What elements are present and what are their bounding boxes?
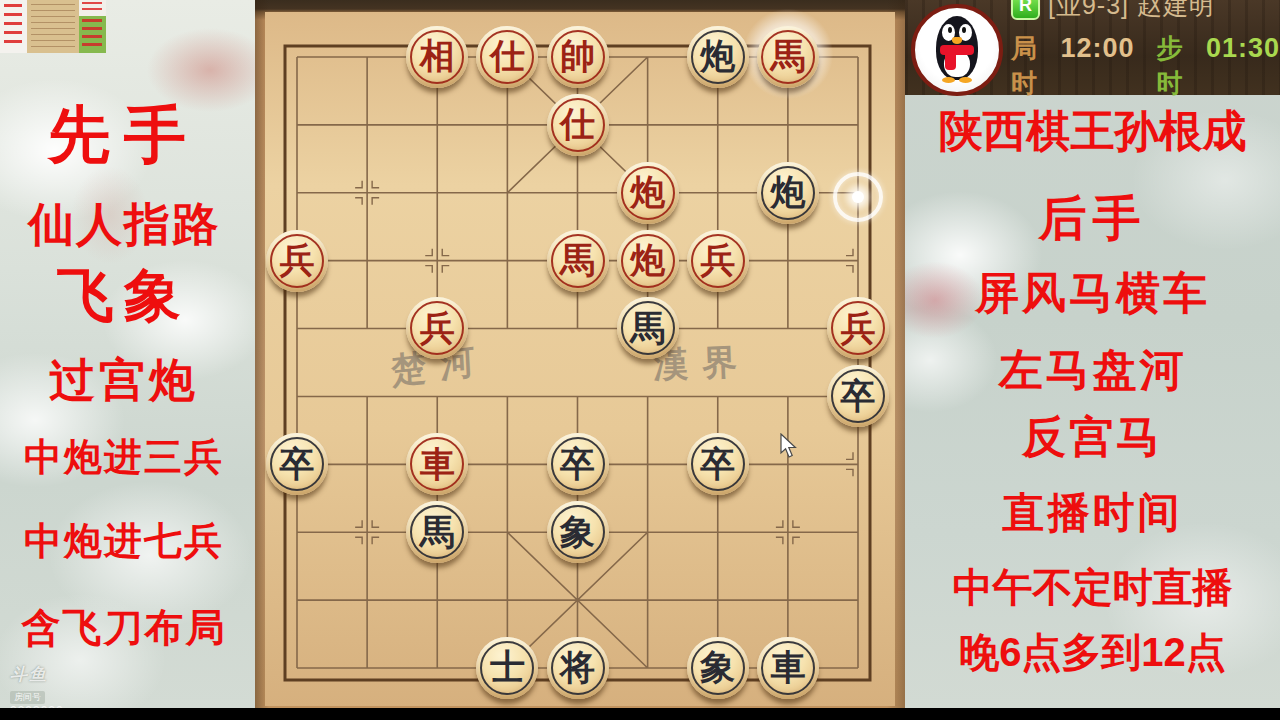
pip-thumbnail xyxy=(0,0,106,53)
piece-glyph: 卒 xyxy=(280,446,315,481)
annotation-defense-1: 屏风马横车 xyxy=(905,270,1280,316)
piece-grid[interactable]: 相仕帥炮馬仕炮炮兵馬炮兵兵馬兵卒卒車卒卒馬象士将象車 xyxy=(262,23,893,702)
piece-glyph: 象 xyxy=(560,514,595,549)
annotation-defense-2: 左马盘河 xyxy=(905,347,1280,393)
piece-glyph: 炮 xyxy=(630,242,665,277)
annotation-opening-3: 过宫炮 xyxy=(0,356,248,404)
piece-glyph: 馬 xyxy=(420,514,455,549)
move-time-value: 01:30 xyxy=(1206,33,1280,64)
piece-glyph: 仕 xyxy=(490,38,525,73)
piece-red-king[interactable]: 帥 xyxy=(547,26,609,88)
piece-glyph: 象 xyxy=(700,649,735,684)
annotation-first-move: 先手 xyxy=(0,102,248,167)
piece-glyph: 卒 xyxy=(560,446,595,481)
douyu-logo: 斗鱼 xyxy=(10,663,64,686)
piece-glyph: 馬 xyxy=(560,242,595,277)
piece-red-advisor[interactable]: 仕 xyxy=(547,94,609,156)
right-annotation-panel: R [业9-3] 赵建明 局时 12:00 步时 01:30 陕西棋王孙根成 后… xyxy=(905,0,1280,708)
piece-glyph: 車 xyxy=(770,649,805,684)
piece-black-king[interactable]: 将 xyxy=(547,637,609,699)
annotation-defense-3: 反宫马 xyxy=(905,414,1280,460)
piece-red-pawn[interactable]: 兵 xyxy=(827,297,889,359)
piece-red-elephant[interactable]: 相 xyxy=(406,26,468,88)
annotation-second-move: 后手 xyxy=(905,194,1280,244)
annotation-opening-2: 飞象 xyxy=(0,266,248,326)
piece-glyph: 帥 xyxy=(560,38,595,73)
piece-glyph: 卒 xyxy=(841,378,876,413)
piece-red-pawn[interactable]: 兵 xyxy=(687,230,749,292)
annotation-stream-time-title: 直播时间 xyxy=(905,491,1280,535)
piece-glyph: 炮 xyxy=(630,174,665,209)
annotation-opening-5: 中炮进七兵 xyxy=(0,522,248,562)
move-time-label: 步时 xyxy=(1157,31,1198,101)
piece-black-pawn[interactable]: 卒 xyxy=(266,433,328,495)
piece-glyph: 車 xyxy=(420,446,455,481)
annotation-stream-time-2: 晚6点多到12点 xyxy=(905,631,1280,673)
bottom-letterbox-bar xyxy=(0,708,1280,720)
last-move-origin-ring xyxy=(833,172,883,222)
piece-glyph: 馬 xyxy=(630,310,665,345)
annotation-opponent-title: 陕西棋王孙根成 xyxy=(905,108,1280,154)
piece-black-cannon[interactable]: 炮 xyxy=(687,26,749,88)
piece-red-pawn[interactable]: 兵 xyxy=(406,297,468,359)
left-annotation-panel: 先手 仙人指路 飞象 过宫炮 中炮进三兵 中炮进七兵 含飞刀布局 斗鱼 房间号 … xyxy=(0,0,255,708)
piece-black-chariot[interactable]: 車 xyxy=(757,637,819,699)
douyu-watermark: 斗鱼 房间号 2293920 xyxy=(10,663,64,708)
piece-red-horse[interactable]: 馬 xyxy=(547,230,609,292)
piece-red-cannon[interactable]: 炮 xyxy=(617,230,679,292)
piece-red-chariot[interactable]: 車 xyxy=(406,433,468,495)
piece-glyph: 仕 xyxy=(560,106,595,141)
rank-badge: R xyxy=(1011,0,1040,20)
piece-glyph: 兵 xyxy=(700,242,735,277)
piece-black-horse[interactable]: 馬 xyxy=(406,501,468,563)
piece-black-pawn[interactable]: 卒 xyxy=(547,433,609,495)
piece-red-cannon[interactable]: 炮 xyxy=(617,162,679,224)
pip-right-text-strip xyxy=(79,0,106,53)
pip-mini-board xyxy=(27,0,79,53)
pip-left-text-strip xyxy=(0,0,27,53)
piece-black-elephant[interactable]: 象 xyxy=(547,501,609,563)
game-time-value: 12:00 xyxy=(1060,33,1134,64)
annotation-stream-time-1: 中午不定时直播 xyxy=(905,566,1280,608)
piece-glyph: 相 xyxy=(420,38,455,73)
piece-black-pawn[interactable]: 卒 xyxy=(827,365,889,427)
game-time-label: 局时 xyxy=(1011,31,1052,101)
annotation-opening-1: 仙人指路 xyxy=(0,200,248,248)
piece-glyph: 兵 xyxy=(420,310,455,345)
player-info-bar: R [业9-3] 赵建明 局时 12:00 步时 01:30 xyxy=(905,0,1280,95)
qq-penguin-avatar[interactable] xyxy=(911,4,1003,96)
room-label: 房间号 xyxy=(10,691,45,704)
annotation-opening-4: 中炮进三兵 xyxy=(0,438,248,478)
piece-black-cannon[interactable]: 炮 xyxy=(757,162,819,224)
piece-glyph: 兵 xyxy=(280,242,315,277)
piece-glyph: 炮 xyxy=(700,38,735,73)
piece-black-horse[interactable]: 馬 xyxy=(617,297,679,359)
piece-black-pawn[interactable]: 卒 xyxy=(687,433,749,495)
piece-glyph: 将 xyxy=(560,649,595,684)
player-name: [业9-3] 赵建明 xyxy=(1048,0,1215,22)
piece-red-advisor[interactable]: 仕 xyxy=(476,26,538,88)
piece-glyph: 兵 xyxy=(841,310,876,345)
piece-black-elephant[interactable]: 象 xyxy=(687,637,749,699)
piece-glyph: 馬 xyxy=(770,38,805,73)
piece-black-advisor[interactable]: 士 xyxy=(476,637,538,699)
piece-glyph: 炮 xyxy=(770,174,805,209)
piece-red-horse[interactable]: 馬 xyxy=(757,26,819,88)
piece-glyph: 士 xyxy=(490,649,525,684)
piece-red-pawn[interactable]: 兵 xyxy=(266,230,328,292)
piece-glyph: 卒 xyxy=(700,446,735,481)
xiangqi-board[interactable]: 楚河 漢界 相仕帥炮馬仕炮炮兵馬炮兵兵馬兵卒卒車卒卒馬象士将象車 xyxy=(255,0,905,708)
annotation-opening-6: 含飞刀布局 xyxy=(0,608,248,649)
